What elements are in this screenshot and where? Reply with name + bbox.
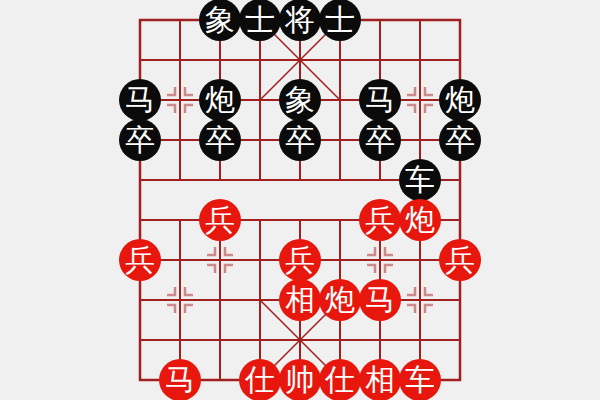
board-point-6-3[interactable] <box>240 240 280 280</box>
board-point-8-5[interactable] <box>320 320 360 360</box>
board-point-9-0[interactable] <box>120 360 160 400</box>
board-point-5-0[interactable] <box>120 200 160 240</box>
xiangqi-board: 象士将士马炮象马炮卒卒卒卒卒车兵兵炮兵兵兵相炮马马仕帅仕相车 <box>0 0 600 400</box>
red-soldier-piece[interactable]: 兵 <box>359 199 401 241</box>
board-point-2-6[interactable]: 马 <box>360 80 400 120</box>
red-soldier-piece[interactable]: 兵 <box>439 239 481 281</box>
board-point-4-3[interactable] <box>240 160 280 200</box>
black-advisor-piece[interactable]: 士 <box>239 0 281 41</box>
board-point-1-7[interactable] <box>400 40 440 80</box>
board-point-5-8[interactable] <box>440 200 480 240</box>
board-point-4-6[interactable] <box>360 160 400 200</box>
board-point-6-0[interactable]: 兵 <box>120 240 160 280</box>
board-point-5-6[interactable]: 兵 <box>360 200 400 240</box>
board-point-5-1[interactable] <box>160 200 200 240</box>
board-point-3-0[interactable]: 卒 <box>120 120 160 160</box>
red-horse-piece[interactable]: 马 <box>159 359 201 400</box>
board-point-4-5[interactable] <box>320 160 360 200</box>
board-point-4-1[interactable] <box>160 160 200 200</box>
board-point-1-0[interactable] <box>120 40 160 80</box>
black-cannon-piece[interactable]: 炮 <box>439 79 481 121</box>
board-point-9-8[interactable] <box>440 360 480 400</box>
board-point-8-1[interactable] <box>160 320 200 360</box>
board-point-4-4[interactable] <box>280 160 320 200</box>
board-point-0-4[interactable]: 将 <box>280 0 320 40</box>
board-point-2-2[interactable]: 炮 <box>200 80 240 120</box>
red-soldier-piece[interactable]: 兵 <box>279 239 321 281</box>
red-cannon-piece[interactable]: 炮 <box>319 279 361 321</box>
board-point-7-6[interactable]: 马 <box>360 280 400 320</box>
red-chariot-piece[interactable]: 车 <box>399 359 441 400</box>
board-point-2-5[interactable] <box>320 80 360 120</box>
board-point-6-1[interactable] <box>160 240 200 280</box>
board-point-7-2[interactable] <box>200 280 240 320</box>
board-point-9-2[interactable] <box>200 360 240 400</box>
board-point-7-5[interactable]: 炮 <box>320 280 360 320</box>
board-point-0-5[interactable]: 士 <box>320 0 360 40</box>
board-point-5-4[interactable] <box>280 200 320 240</box>
red-advisor-piece[interactable]: 仕 <box>319 359 361 400</box>
board-point-4-2[interactable] <box>200 160 240 200</box>
board-point-4-7[interactable]: 车 <box>400 160 440 200</box>
board-point-8-3[interactable] <box>240 320 280 360</box>
board-point-7-1[interactable] <box>160 280 200 320</box>
board-point-8-4[interactable] <box>280 320 320 360</box>
board-point-0-6[interactable] <box>360 0 400 40</box>
board-point-0-0[interactable] <box>120 0 160 40</box>
board-point-3-3[interactable] <box>240 120 280 160</box>
board-point-6-4[interactable]: 兵 <box>280 240 320 280</box>
black-general-piece[interactable]: 将 <box>279 0 321 41</box>
board-point-0-3[interactable]: 士 <box>240 0 280 40</box>
board-point-3-7[interactable] <box>400 120 440 160</box>
board-point-3-6[interactable]: 卒 <box>360 120 400 160</box>
board-point-6-5[interactable] <box>320 240 360 280</box>
board-point-1-6[interactable] <box>360 40 400 80</box>
board-point-3-5[interactable] <box>320 120 360 160</box>
black-soldier-piece[interactable]: 卒 <box>199 119 241 161</box>
black-soldier-piece[interactable]: 卒 <box>119 119 161 161</box>
black-horse-piece[interactable]: 马 <box>359 79 401 121</box>
board-point-4-8[interactable] <box>440 160 480 200</box>
board-point-1-8[interactable] <box>440 40 480 80</box>
board-point-7-7[interactable] <box>400 280 440 320</box>
red-soldier-piece[interactable]: 兵 <box>199 199 241 241</box>
board-point-1-2[interactable] <box>200 40 240 80</box>
board-point-7-4[interactable]: 相 <box>280 280 320 320</box>
board-point-8-0[interactable] <box>120 320 160 360</box>
board-point-7-8[interactable] <box>440 280 480 320</box>
board-point-3-4[interactable]: 卒 <box>280 120 320 160</box>
red-elephant-piece[interactable]: 相 <box>359 359 401 400</box>
board-point-2-1[interactable] <box>160 80 200 120</box>
board-point-9-3[interactable]: 仕 <box>240 360 280 400</box>
black-cannon-piece[interactable]: 炮 <box>199 79 241 121</box>
black-advisor-piece[interactable]: 士 <box>319 0 361 41</box>
board-point-1-1[interactable] <box>160 40 200 80</box>
red-elephant-piece[interactable]: 相 <box>279 279 321 321</box>
board-point-6-7[interactable] <box>400 240 440 280</box>
board-point-3-1[interactable] <box>160 120 200 160</box>
board-point-1-3[interactable] <box>240 40 280 80</box>
board-point-1-5[interactable] <box>320 40 360 80</box>
red-cannon-piece[interactable]: 炮 <box>399 199 441 241</box>
board-point-6-2[interactable] <box>200 240 240 280</box>
board-point-8-6[interactable] <box>360 320 400 360</box>
board-point-6-8[interactable]: 兵 <box>440 240 480 280</box>
board-point-7-3[interactable] <box>240 280 280 320</box>
black-elephant-piece[interactable]: 象 <box>199 0 241 41</box>
board-point-6-6[interactable] <box>360 240 400 280</box>
board-point-5-2[interactable]: 兵 <box>200 200 240 240</box>
board-point-2-3[interactable] <box>240 80 280 120</box>
board-point-2-8[interactable]: 炮 <box>440 80 480 120</box>
board-point-0-8[interactable] <box>440 0 480 40</box>
black-soldier-piece[interactable]: 卒 <box>359 119 401 161</box>
black-elephant-piece[interactable]: 象 <box>279 79 321 121</box>
board-point-0-2[interactable]: 象 <box>200 0 240 40</box>
black-chariot-piece[interactable]: 车 <box>399 159 441 201</box>
board-point-5-3[interactable] <box>240 200 280 240</box>
board-point-8-2[interactable] <box>200 320 240 360</box>
board-point-2-0[interactable]: 马 <box>120 80 160 120</box>
black-horse-piece[interactable]: 马 <box>119 79 161 121</box>
board-point-8-8[interactable] <box>440 320 480 360</box>
board-point-2-7[interactable] <box>400 80 440 120</box>
red-advisor-piece[interactable]: 仕 <box>239 359 281 400</box>
board-point-9-4[interactable]: 帅 <box>280 360 320 400</box>
board-point-0-7[interactable] <box>400 0 440 40</box>
red-general-piece[interactable]: 帅 <box>279 359 321 400</box>
board-point-1-4[interactable] <box>280 40 320 80</box>
board-point-8-7[interactable] <box>400 320 440 360</box>
board-point-9-6[interactable]: 相 <box>360 360 400 400</box>
board-point-5-7[interactable]: 炮 <box>400 200 440 240</box>
board-point-9-7[interactable]: 车 <box>400 360 440 400</box>
board-point-3-2[interactable]: 卒 <box>200 120 240 160</box>
black-soldier-piece[interactable]: 卒 <box>279 119 321 161</box>
board-point-9-5[interactable]: 仕 <box>320 360 360 400</box>
black-soldier-piece[interactable]: 卒 <box>439 119 481 161</box>
board-grid: 象士将士马炮象马炮卒卒卒卒卒车兵兵炮兵兵兵相炮马马仕帅仕相车 <box>120 0 480 400</box>
red-soldier-piece[interactable]: 兵 <box>119 239 161 281</box>
board-point-3-8[interactable]: 卒 <box>440 120 480 160</box>
red-horse-piece[interactable]: 马 <box>359 279 401 321</box>
board-point-0-1[interactable] <box>160 0 200 40</box>
board-point-5-5[interactable] <box>320 200 360 240</box>
board-point-2-4[interactable]: 象 <box>280 80 320 120</box>
board-point-7-0[interactable] <box>120 280 160 320</box>
board-point-4-0[interactable] <box>120 160 160 200</box>
board-point-9-1[interactable]: 马 <box>160 360 200 400</box>
